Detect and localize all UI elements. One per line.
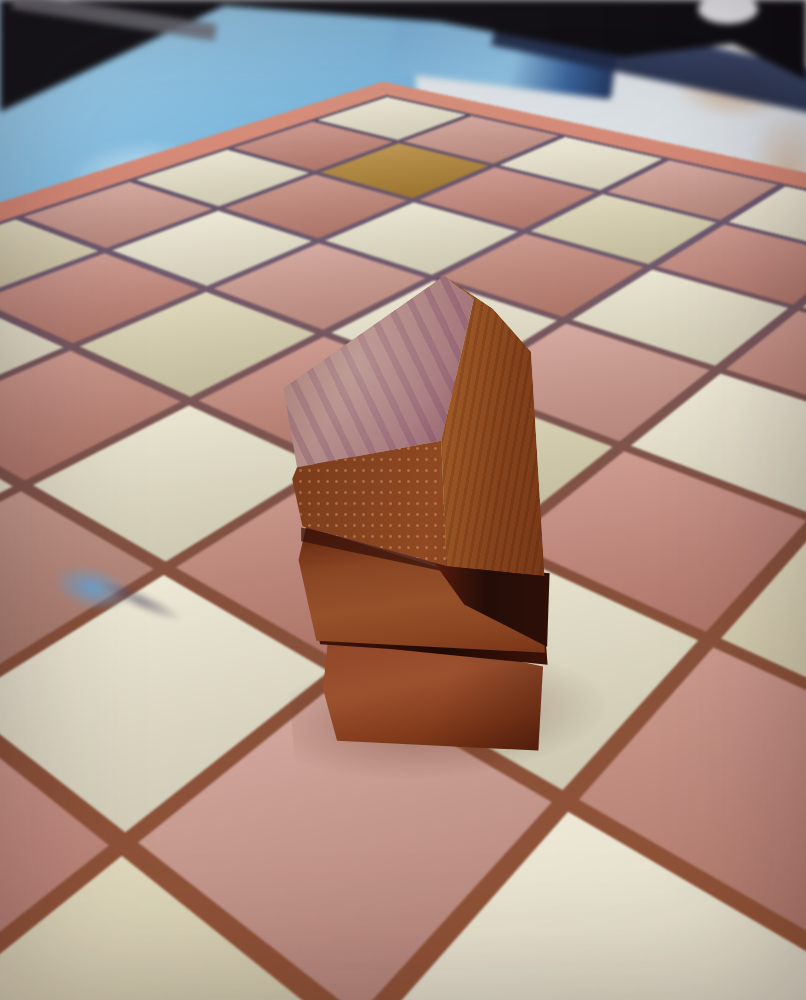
knight-piece bbox=[0, 0, 806, 1000]
photo-frame bbox=[0, 0, 806, 1000]
